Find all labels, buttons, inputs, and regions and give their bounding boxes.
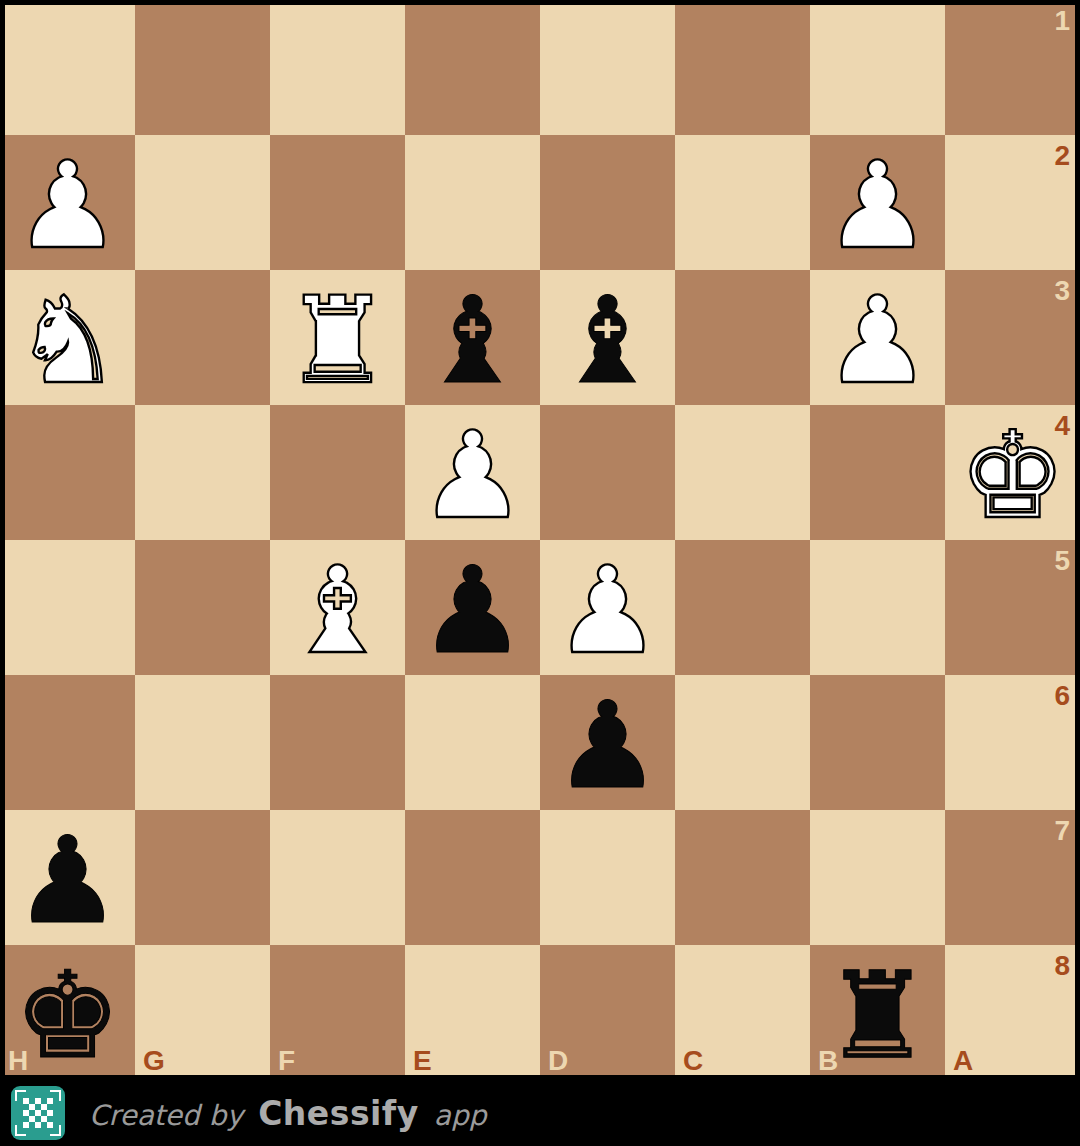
rank-label-7: 7 <box>1054 817 1070 845</box>
square-c8[interactable]: C <box>675 945 810 1080</box>
square-b8[interactable]: ♜B <box>810 945 945 1080</box>
file-label-c: C <box>683 1047 703 1075</box>
footer-text: Created by Chessify app <box>89 1094 487 1133</box>
square-a2[interactable]: 2 <box>945 135 1080 270</box>
white-pawn: ♟ <box>824 146 932 266</box>
square-g5[interactable] <box>135 540 270 675</box>
rank-label-2: 2 <box>1054 142 1070 170</box>
square-h3[interactable]: ♞ <box>0 270 135 405</box>
rank-label-5: 5 <box>1054 547 1070 575</box>
square-c2[interactable] <box>675 135 810 270</box>
square-h6[interactable] <box>0 675 135 810</box>
square-a1[interactable]: 1 <box>945 0 1080 135</box>
file-label-d: D <box>548 1047 568 1075</box>
square-b5[interactable] <box>810 540 945 675</box>
footer: Created by Chessify app <box>0 1080 1080 1146</box>
bracket-top-left <box>15 1090 26 1101</box>
black-pawn: ♟ <box>419 551 527 671</box>
square-b2[interactable]: ♟ <box>810 135 945 270</box>
white-knight: ♞ <box>14 281 122 401</box>
square-e3[interactable]: ♝ <box>405 270 540 405</box>
square-g7[interactable] <box>135 810 270 945</box>
square-g4[interactable] <box>135 405 270 540</box>
chessify-diagram: { "game": "chess", "app_source": "Chessi… <box>0 0 1080 1146</box>
bracket-top-right <box>50 1090 61 1101</box>
square-a6[interactable]: 6 <box>945 675 1080 810</box>
rank-label-6: 6 <box>1054 682 1070 710</box>
square-a7[interactable]: 7 <box>945 810 1080 945</box>
square-f4[interactable] <box>270 405 405 540</box>
black-bishop: ♝ <box>554 281 662 401</box>
square-b4[interactable] <box>810 405 945 540</box>
square-b1[interactable] <box>810 0 945 135</box>
black-pawn: ♟ <box>554 686 662 806</box>
brand-name: Chessify <box>258 1094 419 1133</box>
square-d6[interactable]: ♟ <box>540 675 675 810</box>
square-e4[interactable]: ♟ <box>405 405 540 540</box>
square-d8[interactable]: D <box>540 945 675 1080</box>
square-c4[interactable] <box>675 405 810 540</box>
square-h2[interactable]: ♟ <box>0 135 135 270</box>
square-h4[interactable] <box>0 405 135 540</box>
square-b7[interactable] <box>810 810 945 945</box>
white-king: ♚ <box>959 416 1067 536</box>
square-h1[interactable] <box>0 0 135 135</box>
square-f8[interactable]: F <box>270 945 405 1080</box>
square-h8[interactable]: ♚H <box>0 945 135 1080</box>
square-g8[interactable]: G <box>135 945 270 1080</box>
square-e1[interactable] <box>405 0 540 135</box>
white-bishop: ♝ <box>284 551 392 671</box>
white-pawn: ♟ <box>554 551 662 671</box>
chessify-scan-board-icon <box>11 1086 65 1140</box>
app-suffix: app <box>434 1099 487 1132</box>
black-bishop: ♝ <box>419 281 527 401</box>
square-g2[interactable] <box>135 135 270 270</box>
square-f5[interactable]: ♝ <box>270 540 405 675</box>
black-rook: ♜ <box>824 956 932 1076</box>
square-e5[interactable]: ♟ <box>405 540 540 675</box>
square-d5[interactable]: ♟ <box>540 540 675 675</box>
file-label-h: H <box>8 1047 28 1075</box>
file-label-f: F <box>278 1047 295 1075</box>
square-a5[interactable]: 5 <box>945 540 1080 675</box>
square-f2[interactable] <box>270 135 405 270</box>
rank-label-1: 1 <box>1054 7 1070 35</box>
square-a8[interactable]: 8A <box>945 945 1080 1080</box>
square-d2[interactable] <box>540 135 675 270</box>
white-pawn: ♟ <box>824 281 932 401</box>
square-d7[interactable] <box>540 810 675 945</box>
created-by-text: Created by <box>89 1099 243 1132</box>
square-d3[interactable]: ♝ <box>540 270 675 405</box>
square-h7[interactable]: ♟ <box>0 810 135 945</box>
square-h5[interactable] <box>0 540 135 675</box>
white-pawn: ♟ <box>14 146 122 266</box>
rank-label-4: 4 <box>1054 412 1070 440</box>
bracket-bottom-left <box>15 1125 26 1136</box>
square-g6[interactable] <box>135 675 270 810</box>
square-f6[interactable] <box>270 675 405 810</box>
square-c5[interactable] <box>675 540 810 675</box>
square-g3[interactable] <box>135 270 270 405</box>
file-label-g: G <box>143 1047 165 1075</box>
square-c3[interactable] <box>675 270 810 405</box>
square-e8[interactable]: E <box>405 945 540 1080</box>
white-rook: ♜ <box>284 281 392 401</box>
square-c1[interactable] <box>675 0 810 135</box>
square-a3[interactable]: 3 <box>945 270 1080 405</box>
file-label-b: B <box>818 1047 838 1075</box>
bracket-bottom-right <box>50 1125 61 1136</box>
checkerboard-pattern <box>23 1098 53 1128</box>
square-f7[interactable] <box>270 810 405 945</box>
square-a4[interactable]: ♚4 <box>945 405 1080 540</box>
square-b3[interactable]: ♟ <box>810 270 945 405</box>
square-b6[interactable] <box>810 675 945 810</box>
square-e6[interactable] <box>405 675 540 810</box>
black-pawn: ♟ <box>14 821 122 941</box>
file-label-e: E <box>413 1047 432 1075</box>
chess-board: 1♟♟2♞♜♝♝♟3♟♚4♝♟♟5♟6♟7♚HGFEDC♜B8A <box>0 0 1080 1080</box>
square-c6[interactable] <box>675 675 810 810</box>
black-king: ♚ <box>14 956 122 1076</box>
square-f3[interactable]: ♜ <box>270 270 405 405</box>
square-g1[interactable] <box>135 0 270 135</box>
rank-label-8: 8 <box>1054 952 1070 980</box>
rank-label-3: 3 <box>1054 277 1070 305</box>
square-e7[interactable] <box>405 810 540 945</box>
white-pawn: ♟ <box>419 416 527 536</box>
square-f1[interactable] <box>270 0 405 135</box>
square-d1[interactable] <box>540 0 675 135</box>
file-label-a: A <box>953 1047 973 1075</box>
square-c7[interactable] <box>675 810 810 945</box>
square-e2[interactable] <box>405 135 540 270</box>
square-d4[interactable] <box>540 405 675 540</box>
